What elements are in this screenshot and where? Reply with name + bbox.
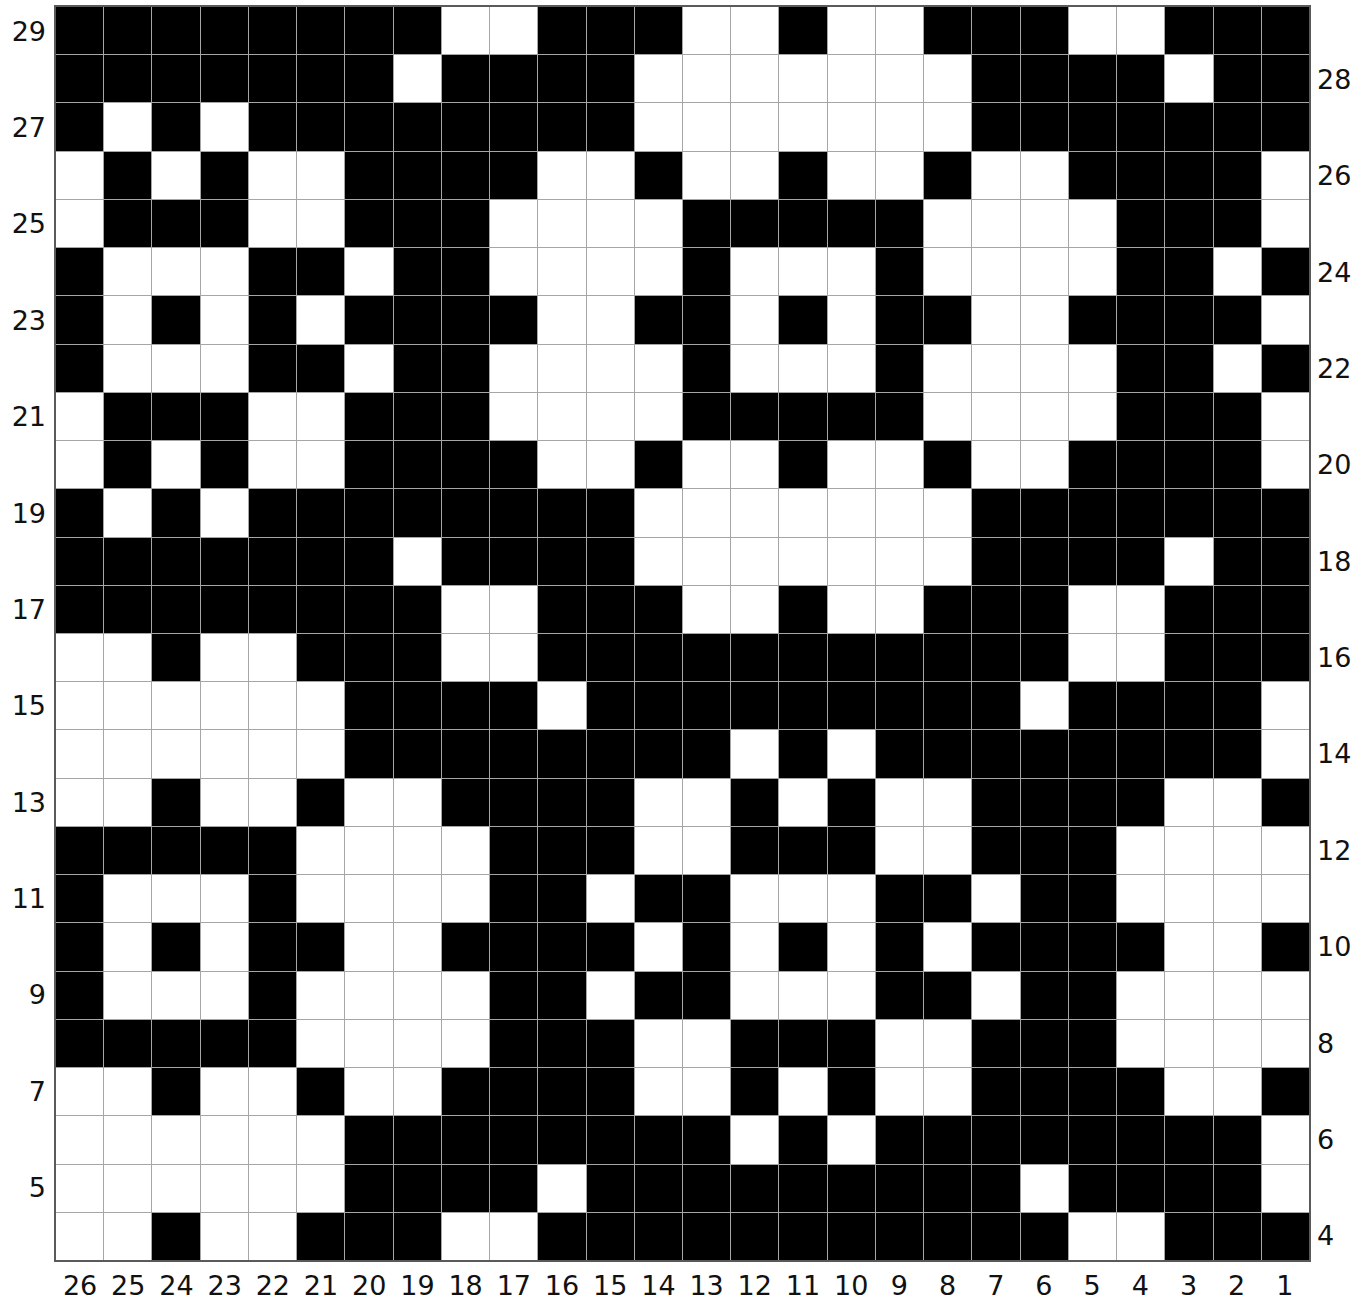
grid-cell-black bbox=[538, 972, 585, 1019]
grid-cell-white bbox=[104, 1213, 151, 1260]
grid-cell-white bbox=[1117, 875, 1164, 922]
grid-cell-black bbox=[538, 779, 585, 826]
row-label: 28 bbox=[1317, 55, 1356, 103]
grid-cell-black bbox=[442, 55, 489, 102]
grid-cell-white bbox=[924, 1020, 971, 1067]
row-label: 5 bbox=[0, 1164, 46, 1212]
column-label: 14 bbox=[634, 1262, 682, 1308]
grid-cell-black bbox=[1262, 489, 1309, 536]
row-label: 18 bbox=[1317, 537, 1356, 585]
column-label: 21 bbox=[297, 1262, 345, 1308]
row-label: 14 bbox=[1317, 730, 1356, 778]
grid-cell-black bbox=[828, 200, 875, 247]
grid-cell-black bbox=[876, 248, 923, 295]
grid-cell-white bbox=[1262, 1020, 1309, 1067]
grid-cell-black bbox=[1214, 55, 1261, 102]
grid-cell-black bbox=[876, 682, 923, 729]
grid-cell-black bbox=[538, 923, 585, 970]
grid-cell-black bbox=[972, 103, 1019, 150]
grid-cell-black bbox=[538, 1213, 585, 1260]
grid-cell-black bbox=[972, 1068, 1019, 1115]
grid-cell-white bbox=[56, 200, 103, 247]
grid-cell-white bbox=[1214, 1020, 1261, 1067]
grid-cell-white bbox=[683, 538, 730, 585]
column-label: 2 bbox=[1213, 1262, 1261, 1308]
grid-cell-white bbox=[249, 1165, 296, 1212]
grid-cell-black bbox=[249, 827, 296, 874]
grid-cell-black bbox=[56, 972, 103, 1019]
grid-cell-white bbox=[56, 152, 103, 199]
grid-cell-black bbox=[683, 296, 730, 343]
grid-cell-white bbox=[1262, 1165, 1309, 1212]
grid-cell-black bbox=[635, 7, 682, 54]
knitting-chart: 29272523211917151311975 2826242220181614… bbox=[0, 0, 1356, 1311]
grid-cell-black bbox=[442, 441, 489, 488]
column-label: 22 bbox=[249, 1262, 297, 1308]
grid-cell-white bbox=[828, 1116, 875, 1163]
grid-cell-white bbox=[490, 393, 537, 440]
grid-cell-black bbox=[152, 1213, 199, 1260]
grid-cell-white bbox=[1214, 1068, 1261, 1115]
grid-cell-white bbox=[1214, 779, 1261, 826]
grid-cell-black bbox=[394, 441, 441, 488]
grid-cell-black bbox=[152, 55, 199, 102]
grid-cell-white bbox=[1069, 200, 1116, 247]
grid-cell-black bbox=[442, 248, 489, 295]
grid-cell-white bbox=[1117, 972, 1164, 1019]
row-label: 29 bbox=[0, 7, 46, 55]
row-label: 13 bbox=[0, 778, 46, 826]
grid-cell-black bbox=[56, 7, 103, 54]
grid-cell-black bbox=[1262, 923, 1309, 970]
grid-cell-black bbox=[1165, 1116, 1212, 1163]
grid-cell-white bbox=[1262, 441, 1309, 488]
grid-cell-white bbox=[1214, 972, 1261, 1019]
grid-cell-white bbox=[152, 152, 199, 199]
grid-cell-white bbox=[1021, 393, 1068, 440]
grid-cell-black bbox=[587, 489, 634, 536]
grid-cell-white bbox=[490, 7, 537, 54]
grid-cell-white bbox=[104, 682, 151, 729]
grid-cell-white bbox=[876, 103, 923, 150]
grid-cell-white bbox=[345, 1068, 392, 1115]
grid-cell-black bbox=[345, 1213, 392, 1260]
grid-cell-black bbox=[683, 923, 730, 970]
grid-cell-white bbox=[104, 1165, 151, 1212]
grid-cell-white bbox=[394, 875, 441, 922]
grid-cell-black bbox=[490, 441, 537, 488]
grid-cell-white bbox=[442, 586, 489, 633]
column-label: 9 bbox=[875, 1262, 923, 1308]
grid-cell-white bbox=[345, 972, 392, 1019]
grid-cell-white bbox=[635, 923, 682, 970]
grid-cell-black bbox=[779, 827, 826, 874]
grid-cell-white bbox=[104, 489, 151, 536]
grid-cell-black bbox=[297, 55, 344, 102]
grid-cell-white bbox=[249, 779, 296, 826]
grid-cell-white bbox=[828, 538, 875, 585]
grid-cell-black bbox=[1069, 730, 1116, 777]
grid-cell-white bbox=[394, 827, 441, 874]
grid-cell-black bbox=[1214, 296, 1261, 343]
row-label-empty bbox=[0, 1019, 46, 1067]
grid-cell-white bbox=[104, 345, 151, 392]
grid-cell-black bbox=[1117, 682, 1164, 729]
grid-cell-black bbox=[56, 827, 103, 874]
grid-cell-black bbox=[924, 875, 971, 922]
grid-cell-black bbox=[587, 103, 634, 150]
grid-cell-black bbox=[1021, 586, 1068, 633]
grid-cell-black bbox=[1021, 1116, 1068, 1163]
grid-cell-black bbox=[1214, 441, 1261, 488]
grid-cell-black bbox=[442, 1116, 489, 1163]
grid-cell-black bbox=[538, 1116, 585, 1163]
grid-cell-black bbox=[1214, 152, 1261, 199]
grid-cell-white bbox=[731, 489, 778, 536]
grid-cell-white bbox=[779, 103, 826, 150]
grid-cell-white bbox=[924, 200, 971, 247]
grid-cell-white bbox=[538, 393, 585, 440]
grid-cell-white bbox=[1117, 1020, 1164, 1067]
grid-cell-white bbox=[201, 1165, 248, 1212]
grid-cell-black bbox=[152, 827, 199, 874]
row-label-empty bbox=[0, 1212, 46, 1260]
grid-cell-black bbox=[1117, 489, 1164, 536]
grid-cell-black bbox=[538, 634, 585, 681]
grid-cell-white bbox=[828, 489, 875, 536]
grid-cell-white bbox=[828, 103, 875, 150]
grid-cell-black bbox=[394, 103, 441, 150]
grid-cell-black bbox=[538, 55, 585, 102]
column-label: 19 bbox=[393, 1262, 441, 1308]
grid-cell-white bbox=[490, 200, 537, 247]
grid-cell-black bbox=[1262, 538, 1309, 585]
grid-cell-black bbox=[1021, 1213, 1068, 1260]
grid-cell-white bbox=[924, 923, 971, 970]
grid-cell-black bbox=[1262, 634, 1309, 681]
grid-cell-black bbox=[1069, 489, 1116, 536]
grid-cell-black bbox=[779, 441, 826, 488]
grid-cell-white bbox=[1069, 634, 1116, 681]
grid-cell-white bbox=[394, 779, 441, 826]
grid-cell-black bbox=[1069, 103, 1116, 150]
grid-cell-black bbox=[1165, 682, 1212, 729]
grid-cell-black bbox=[152, 779, 199, 826]
grid-cell-black bbox=[201, 152, 248, 199]
column-label: 18 bbox=[442, 1262, 490, 1308]
grid-cell-black bbox=[538, 489, 585, 536]
column-label: 20 bbox=[345, 1262, 393, 1308]
grid-cell-white bbox=[538, 200, 585, 247]
grid-cell-black bbox=[731, 393, 778, 440]
grid-cell-white bbox=[249, 682, 296, 729]
grid-cell-white bbox=[924, 248, 971, 295]
grid-cell-white bbox=[1165, 923, 1212, 970]
grid-cell-black bbox=[587, 7, 634, 54]
grid-cell-white bbox=[201, 1116, 248, 1163]
grid-cell-black bbox=[1021, 634, 1068, 681]
grid-cell-black bbox=[683, 248, 730, 295]
grid-cell-white bbox=[297, 1116, 344, 1163]
grid-cell-black bbox=[104, 7, 151, 54]
grid-cell-black bbox=[1165, 152, 1212, 199]
grid-cell-black bbox=[972, 730, 1019, 777]
grid-cell-white bbox=[152, 730, 199, 777]
grid-cell-black bbox=[297, 1068, 344, 1115]
column-label: 5 bbox=[1068, 1262, 1116, 1308]
grid-cell-black bbox=[1165, 441, 1212, 488]
grid-cell-white bbox=[538, 682, 585, 729]
grid-cell-black bbox=[538, 103, 585, 150]
grid-cell-black bbox=[394, 1213, 441, 1260]
grid-cell-black bbox=[972, 634, 1019, 681]
grid-cell-black bbox=[972, 586, 1019, 633]
grid-cell-black bbox=[1214, 730, 1261, 777]
grid-cell-white bbox=[1165, 1068, 1212, 1115]
grid-cell-white bbox=[249, 634, 296, 681]
grid-cell-white bbox=[683, 779, 730, 826]
grid-cell-white bbox=[56, 1213, 103, 1260]
grid-cell-black bbox=[152, 586, 199, 633]
grid-cell-black bbox=[201, 200, 248, 247]
row-label-empty bbox=[1317, 296, 1356, 344]
grid-cell-white bbox=[972, 152, 1019, 199]
grid-cell-white bbox=[876, 55, 923, 102]
grid-cell-black bbox=[1117, 1165, 1164, 1212]
grid-cell-black bbox=[683, 1213, 730, 1260]
grid-cell-black bbox=[1165, 1165, 1212, 1212]
grid-cell-white bbox=[635, 779, 682, 826]
grid-cell-black bbox=[56, 923, 103, 970]
grid-cell-black bbox=[1262, 1068, 1309, 1115]
grid-cell-black bbox=[1117, 152, 1164, 199]
grid-cell-black bbox=[152, 200, 199, 247]
grid-cell-white bbox=[201, 489, 248, 536]
grid-cell-white bbox=[442, 972, 489, 1019]
grid-cell-black bbox=[394, 152, 441, 199]
grid-cell-white bbox=[828, 248, 875, 295]
grid-cell-white bbox=[924, 489, 971, 536]
grid-cell-white bbox=[731, 345, 778, 392]
grid-cell-black bbox=[394, 393, 441, 440]
grid-cell-black bbox=[490, 923, 537, 970]
grid-cell-black bbox=[249, 296, 296, 343]
grid-cell-black bbox=[635, 730, 682, 777]
grid-cell-black bbox=[1165, 248, 1212, 295]
grid-cell-black bbox=[1117, 345, 1164, 392]
row-label-empty bbox=[1317, 393, 1356, 441]
grid-cell-white bbox=[924, 827, 971, 874]
grid-cell-black bbox=[297, 7, 344, 54]
grid-cell-black bbox=[394, 296, 441, 343]
grid-cell-black bbox=[1117, 393, 1164, 440]
grid-cell-white bbox=[104, 923, 151, 970]
grid-cell-white bbox=[1165, 875, 1212, 922]
grid-cell-white bbox=[1214, 875, 1261, 922]
grid-cell-white bbox=[1117, 634, 1164, 681]
grid-cell-black bbox=[297, 779, 344, 826]
row-label: 6 bbox=[1317, 1115, 1356, 1163]
grid-cell-black bbox=[972, 1116, 1019, 1163]
row-label-empty bbox=[1317, 200, 1356, 248]
grid-cell-black bbox=[779, 7, 826, 54]
column-label: 12 bbox=[731, 1262, 779, 1308]
grid-cell-white bbox=[201, 779, 248, 826]
grid-cell-black bbox=[587, 682, 634, 729]
grid-cell-white bbox=[104, 103, 151, 150]
grid-cell-white bbox=[104, 1068, 151, 1115]
grid-cell-white bbox=[249, 152, 296, 199]
grid-cell-black bbox=[587, 1213, 634, 1260]
grid-cell-white bbox=[876, 152, 923, 199]
row-label: 4 bbox=[1317, 1212, 1356, 1260]
grid-cell-black bbox=[876, 393, 923, 440]
grid-cell-white bbox=[249, 441, 296, 488]
grid-cell-black bbox=[152, 7, 199, 54]
grid-cell-black bbox=[683, 1165, 730, 1212]
grid-cell-white bbox=[345, 923, 392, 970]
grid-cell-black bbox=[972, 1213, 1019, 1260]
grid-cell-white bbox=[587, 200, 634, 247]
grid-cell-black bbox=[779, 634, 826, 681]
grid-cell-white bbox=[876, 538, 923, 585]
grid-cell-white bbox=[538, 441, 585, 488]
grid-cell-white bbox=[1069, 345, 1116, 392]
grid-cell-black bbox=[490, 1020, 537, 1067]
grid-cell-white bbox=[779, 55, 826, 102]
grid-cell-black bbox=[490, 779, 537, 826]
grid-cell-black bbox=[1069, 538, 1116, 585]
grid-cell-white bbox=[587, 345, 634, 392]
grid-cell-black bbox=[297, 1213, 344, 1260]
grid-cell-black bbox=[394, 682, 441, 729]
grid-cell-black bbox=[972, 7, 1019, 54]
row-label-empty bbox=[1317, 1067, 1356, 1115]
grid-cell-white bbox=[297, 972, 344, 1019]
grid-cell-black bbox=[538, 827, 585, 874]
grid-cell-black bbox=[249, 875, 296, 922]
grid-cell-black bbox=[635, 634, 682, 681]
grid-cell-white bbox=[1262, 296, 1309, 343]
grid-cell-white bbox=[587, 875, 634, 922]
grid-cell-white bbox=[1214, 923, 1261, 970]
grid-cell-black bbox=[152, 538, 199, 585]
grid-cell-black bbox=[587, 1116, 634, 1163]
grid-cell-black bbox=[779, 1213, 826, 1260]
row-label: 25 bbox=[0, 200, 46, 248]
grid-cell-black bbox=[442, 1165, 489, 1212]
grid-cell-white bbox=[538, 1165, 585, 1212]
grid-cell-black bbox=[490, 682, 537, 729]
row-label-empty bbox=[0, 633, 46, 681]
grid-cell-white bbox=[201, 875, 248, 922]
grid-cell-black bbox=[876, 200, 923, 247]
grid-cell-black bbox=[924, 586, 971, 633]
grid-cell-black bbox=[490, 103, 537, 150]
grid-cell-black bbox=[587, 827, 634, 874]
row-label-empty bbox=[1317, 489, 1356, 537]
grid-cell-black bbox=[442, 152, 489, 199]
grid-cell-white bbox=[635, 827, 682, 874]
row-label-empty bbox=[1317, 778, 1356, 826]
grid-cell-black bbox=[394, 634, 441, 681]
grid-cell-black bbox=[297, 345, 344, 392]
grid-cell-black bbox=[683, 730, 730, 777]
grid-cell-black bbox=[1214, 586, 1261, 633]
grid-cell-black bbox=[201, 393, 248, 440]
grid-cell-white bbox=[683, 55, 730, 102]
grid-cell-black bbox=[1069, 1165, 1116, 1212]
grid-cell-white bbox=[1069, 7, 1116, 54]
grid-cell-white bbox=[1069, 393, 1116, 440]
grid-cell-black bbox=[972, 779, 1019, 826]
grid-cell-black bbox=[152, 1020, 199, 1067]
grid-cell-white bbox=[538, 152, 585, 199]
grid-cell-black bbox=[442, 393, 489, 440]
grid-cell-black bbox=[1214, 200, 1261, 247]
grid-cell-black bbox=[587, 538, 634, 585]
grid-cell-white bbox=[56, 779, 103, 826]
grid-cell-black bbox=[1165, 1213, 1212, 1260]
grid-cell-black bbox=[779, 923, 826, 970]
grid-cell-black bbox=[538, 875, 585, 922]
grid-cell-black bbox=[56, 55, 103, 102]
grid-cell-white bbox=[297, 875, 344, 922]
grid-cell-white bbox=[972, 875, 1019, 922]
grid-cell-black bbox=[828, 1068, 875, 1115]
grid-cell-white bbox=[635, 1020, 682, 1067]
grid-cell-white bbox=[201, 1068, 248, 1115]
grid-cell-white bbox=[56, 682, 103, 729]
grid-cell-black bbox=[1214, 1116, 1261, 1163]
grid-cell-black bbox=[1021, 827, 1068, 874]
grid-cell-black bbox=[924, 1165, 971, 1212]
grid-cell-black bbox=[731, 634, 778, 681]
grid-cell-white bbox=[442, 1020, 489, 1067]
grid-cell-white bbox=[683, 827, 730, 874]
grid-cell-black bbox=[152, 634, 199, 681]
grid-cell-white bbox=[201, 248, 248, 295]
grid-cell-white bbox=[442, 875, 489, 922]
grid-cell-black bbox=[828, 1165, 875, 1212]
grid-cell-white bbox=[1117, 7, 1164, 54]
row-labels-left: 29272523211917151311975 bbox=[0, 7, 46, 1260]
row-label: 20 bbox=[1317, 441, 1356, 489]
grid-cell-white bbox=[56, 634, 103, 681]
grid-cell-black bbox=[876, 875, 923, 922]
grid-cell-white bbox=[1117, 586, 1164, 633]
grid-cell-black bbox=[56, 538, 103, 585]
row-label-empty bbox=[0, 248, 46, 296]
grid-cell-white bbox=[828, 972, 875, 1019]
grid-cell-white bbox=[56, 441, 103, 488]
grid-cell-black bbox=[249, 345, 296, 392]
grid-cell-black bbox=[249, 1020, 296, 1067]
grid-cell-black bbox=[828, 634, 875, 681]
grid-cell-black bbox=[1117, 103, 1164, 150]
grid-cell-black bbox=[1021, 7, 1068, 54]
grid-cell-white bbox=[297, 296, 344, 343]
grid-cell-black bbox=[731, 1213, 778, 1260]
grid-cell-black bbox=[924, 1116, 971, 1163]
grid-cell-white bbox=[828, 875, 875, 922]
grid-cell-black bbox=[249, 103, 296, 150]
grid-cell-black bbox=[1214, 1213, 1261, 1260]
grid-cell-black bbox=[490, 1068, 537, 1115]
grid-cell-black bbox=[635, 1213, 682, 1260]
grid-cell-black bbox=[1214, 538, 1261, 585]
grid-cell-black bbox=[345, 103, 392, 150]
